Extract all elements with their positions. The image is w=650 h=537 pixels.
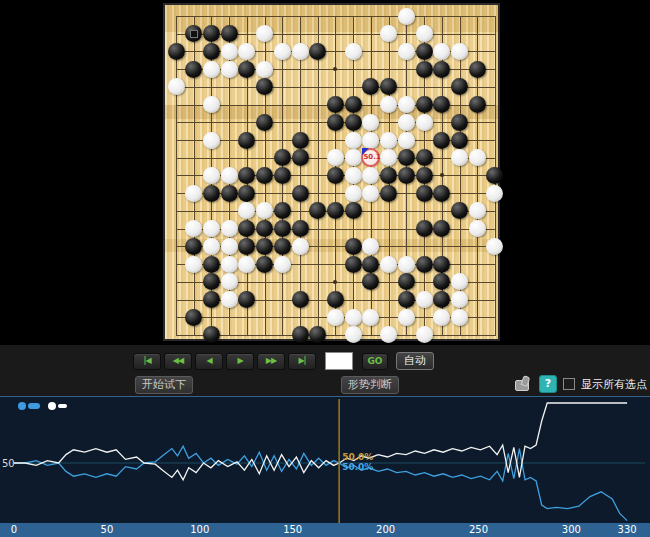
white-stone[interactable] — [486, 238, 503, 255]
move-number-input[interactable] — [325, 352, 353, 370]
black-stone[interactable] — [292, 291, 309, 308]
white-stone[interactable] — [327, 149, 344, 166]
black-stone[interactable] — [203, 256, 220, 273]
white-stone[interactable] — [398, 256, 415, 273]
white-stone[interactable] — [451, 149, 468, 166]
black-stone[interactable] — [292, 149, 309, 166]
legend-blue-dot — [18, 402, 26, 410]
black-stone[interactable] — [185, 238, 202, 255]
black-stone[interactable] — [433, 185, 450, 202]
white-stone[interactable] — [380, 96, 397, 113]
black-stone[interactable] — [238, 167, 255, 184]
x-tick-label: 50 — [101, 524, 114, 535]
black-stone[interactable] — [238, 220, 255, 237]
white-stone[interactable] — [416, 114, 433, 131]
black-stone[interactable] — [451, 78, 468, 95]
white-stone[interactable] — [274, 43, 291, 60]
white-stone[interactable] — [345, 309, 362, 326]
black-stone[interactable] — [327, 291, 344, 308]
black-stone[interactable] — [416, 220, 433, 237]
white-stone[interactable] — [433, 43, 450, 60]
white-stone[interactable] — [168, 78, 185, 95]
white-stone[interactable] — [238, 256, 255, 273]
white-stone[interactable] — [451, 309, 468, 326]
white-stone[interactable] — [416, 25, 433, 42]
x-tick-label: 330 — [618, 524, 637, 535]
black-stone[interactable] — [416, 149, 433, 166]
white-stone[interactable] — [292, 43, 309, 60]
white-stone[interactable] — [185, 185, 202, 202]
x-tick-label: 300 — [562, 524, 581, 535]
white-stone[interactable] — [416, 291, 433, 308]
black-stone[interactable] — [238, 61, 255, 78]
white-stone[interactable] — [380, 132, 397, 149]
x-tick-label: 0 — [11, 524, 17, 535]
thumbs-up-icon[interactable] — [513, 376, 533, 392]
white-stone[interactable] — [345, 149, 362, 166]
white-stone[interactable] — [345, 326, 362, 343]
black-stone[interactable] — [256, 167, 273, 184]
black-stone[interactable] — [345, 256, 362, 273]
white-stone[interactable] — [469, 220, 486, 237]
black-stone[interactable] — [433, 291, 450, 308]
white-stone[interactable] — [362, 114, 379, 131]
grid-line — [176, 335, 496, 336]
black-stone[interactable] — [433, 256, 450, 273]
black-stone[interactable] — [451, 114, 468, 131]
black-stone[interactable] — [416, 43, 433, 60]
black-stone[interactable] — [203, 273, 220, 290]
black-stone[interactable] — [256, 220, 273, 237]
winrate-graph[interactable]: 0501001502002503003305050.0%50.0% — [0, 396, 650, 537]
help-icon[interactable]: ? — [539, 375, 557, 393]
white-stone[interactable] — [203, 238, 220, 255]
black-stone[interactable] — [416, 185, 433, 202]
white-stone[interactable] — [451, 273, 468, 290]
star-point — [333, 67, 337, 71]
black-stone[interactable] — [380, 78, 397, 95]
white-stone[interactable] — [256, 25, 273, 42]
white-stone[interactable] — [398, 43, 415, 60]
white-stone[interactable] — [345, 43, 362, 60]
white-stone[interactable] — [203, 96, 220, 113]
black-stone[interactable] — [433, 96, 450, 113]
x-tick-label: 250 — [469, 524, 488, 535]
black-stone[interactable] — [469, 96, 486, 113]
x-axis-strip — [0, 523, 650, 537]
white-stone[interactable] — [292, 238, 309, 255]
black-stone[interactable] — [416, 256, 433, 273]
white-stone[interactable] — [327, 309, 344, 326]
fast-back-button[interactable]: ◀◀ — [164, 353, 192, 370]
black-stone[interactable] — [256, 78, 273, 95]
black-stone[interactable] — [416, 167, 433, 184]
white-stone[interactable] — [238, 202, 255, 219]
last-move-button[interactable]: ▶| — [288, 353, 316, 370]
black-stone[interactable] — [203, 326, 220, 343]
white-stone[interactable] — [221, 273, 238, 290]
black-stone[interactable] — [345, 114, 362, 131]
white-stone[interactable] — [185, 256, 202, 273]
black-stone[interactable] — [238, 238, 255, 255]
black-stone[interactable] — [398, 273, 415, 290]
black-stone[interactable] — [274, 220, 291, 237]
black-stone[interactable] — [274, 202, 291, 219]
white-stone[interactable] — [345, 132, 362, 149]
white-stone[interactable] — [486, 185, 503, 202]
black-stone[interactable] — [380, 167, 397, 184]
go-board[interactable]: 50.1 — [163, 3, 500, 341]
first-move-button[interactable]: |◀ — [133, 353, 161, 370]
black-stone[interactable] — [292, 132, 309, 149]
black-stone[interactable] — [238, 291, 255, 308]
black-stone[interactable] — [309, 202, 326, 219]
black-stone[interactable] — [362, 273, 379, 290]
black-stone[interactable] — [398, 291, 415, 308]
app-window: 50.1 |◀ ◀◀ ◀ ▶ ▶▶ ▶| GO 自动 开始试下 形势判断 ? 显… — [0, 0, 650, 537]
white-stone[interactable] — [345, 185, 362, 202]
white-stone[interactable] — [221, 291, 238, 308]
go-button[interactable]: GO — [362, 353, 388, 370]
black-stone[interactable] — [327, 96, 344, 113]
black-stone[interactable] — [309, 326, 326, 343]
black-stone[interactable] — [168, 43, 185, 60]
white-stone[interactable] — [451, 291, 468, 308]
black-stone[interactable] — [327, 167, 344, 184]
blue-flag-icon — [362, 148, 369, 155]
black-stone[interactable] — [398, 149, 415, 166]
black-stone[interactable] — [274, 149, 291, 166]
black-stone[interactable] — [469, 61, 486, 78]
black-stone[interactable] — [256, 114, 273, 131]
black-stone[interactable] — [327, 202, 344, 219]
start-trial-button[interactable]: 开始试下 — [135, 376, 193, 394]
white-stone[interactable] — [221, 43, 238, 60]
black-stone[interactable] — [380, 185, 397, 202]
white-stone[interactable] — [416, 326, 433, 343]
auto-play-button[interactable]: 自动 — [396, 352, 434, 370]
white-stone[interactable] — [221, 220, 238, 237]
black-stone[interactable] — [416, 96, 433, 113]
position-judge-button[interactable]: 形势判断 — [341, 376, 399, 394]
black-stone[interactable] — [274, 238, 291, 255]
black-stone[interactable] — [292, 185, 309, 202]
square-marker — [190, 30, 198, 38]
cursor-winrate-label: 50.0% — [342, 452, 373, 462]
black-stone[interactable] — [327, 114, 344, 131]
black-stone[interactable] — [203, 25, 220, 42]
black-stone[interactable] — [238, 132, 255, 149]
black-stone[interactable] — [256, 256, 273, 273]
white-stone[interactable] — [221, 256, 238, 273]
navigation-bar: |◀ ◀◀ ◀ ▶ ▶▶ ▶| GO 自动 — [133, 352, 434, 370]
black-stone[interactable] — [451, 202, 468, 219]
fast-forward-button[interactable]: ▶▶ — [257, 353, 285, 370]
white-stone[interactable] — [362, 185, 379, 202]
black-stone[interactable] — [185, 61, 202, 78]
black-stone[interactable] — [309, 43, 326, 60]
right-tools: ? 显示所有选点 — [513, 375, 647, 393]
white-stone[interactable] — [433, 309, 450, 326]
white-stone[interactable] — [203, 61, 220, 78]
white-stone[interactable] — [362, 238, 379, 255]
star-point — [440, 173, 444, 177]
black-stone[interactable] — [398, 167, 415, 184]
white-stone[interactable] — [398, 132, 415, 149]
black-stone[interactable] — [362, 256, 379, 273]
legend-white-dot — [48, 402, 56, 410]
black-stone[interactable] — [292, 326, 309, 343]
white-stone[interactable] — [362, 309, 379, 326]
black-stone[interactable] — [274, 167, 291, 184]
white-stone[interactable] — [185, 220, 202, 237]
x-tick-label: 150 — [283, 524, 302, 535]
series-white-winrate — [14, 403, 627, 480]
black-stone[interactable] — [203, 291, 220, 308]
black-stone[interactable] — [486, 167, 503, 184]
black-stone[interactable] — [185, 309, 202, 326]
white-stone[interactable] — [469, 202, 486, 219]
black-stone[interactable] — [221, 185, 238, 202]
y-tick-label: 50 — [2, 458, 15, 469]
white-stone[interactable] — [380, 149, 397, 166]
white-stone[interactable] — [380, 256, 397, 273]
black-stone[interactable] — [433, 61, 450, 78]
white-stone[interactable] — [203, 220, 220, 237]
white-stone[interactable] — [362, 167, 379, 184]
white-stone[interactable] — [345, 167, 362, 184]
white-stone[interactable] — [398, 114, 415, 131]
black-stone[interactable] — [433, 220, 450, 237]
white-stone[interactable] — [221, 167, 238, 184]
black-stone[interactable] — [238, 185, 255, 202]
black-stone[interactable] — [203, 43, 220, 60]
white-stone[interactable] — [469, 149, 486, 166]
black-stone[interactable] — [203, 185, 220, 202]
black-stone[interactable] — [256, 238, 273, 255]
white-stone[interactable] — [451, 43, 468, 60]
x-tick-label: 200 — [376, 524, 395, 535]
back-button[interactable]: ◀ — [195, 353, 223, 370]
black-stone[interactable] — [451, 132, 468, 149]
white-stone[interactable] — [380, 25, 397, 42]
legend-blue-pill — [28, 403, 40, 409]
x-tick-label: 100 — [190, 524, 209, 535]
white-stone[interactable] — [398, 96, 415, 113]
control-strip: |◀ ◀◀ ◀ ▶ ▶▶ ▶| GO 自动 开始试下 形势判断 ? 显示所有选点 — [0, 345, 650, 396]
black-stone[interactable] — [362, 78, 379, 95]
white-stone[interactable] — [256, 61, 273, 78]
forward-button[interactable]: ▶ — [226, 353, 254, 370]
white-stone[interactable] — [398, 8, 415, 25]
series-blue-winrate — [14, 446, 627, 520]
board-zone: 50.1 — [0, 0, 650, 345]
cursor-winrate-label: 50.0% — [342, 462, 373, 472]
white-stone[interactable] — [221, 238, 238, 255]
white-stone[interactable] — [362, 132, 379, 149]
white-stone[interactable] — [256, 202, 273, 219]
black-stone[interactable] — [292, 220, 309, 237]
white-stone[interactable] — [203, 167, 220, 184]
show-all-points-checkbox[interactable] — [563, 378, 575, 390]
black-stone[interactable] — [345, 238, 362, 255]
black-stone[interactable] — [433, 273, 450, 290]
black-stone[interactable] — [433, 132, 450, 149]
white-stone[interactable] — [221, 61, 238, 78]
black-stone[interactable] — [345, 202, 362, 219]
white-stone[interactable] — [274, 256, 291, 273]
white-stone[interactable] — [238, 43, 255, 60]
legend-white-pill — [58, 404, 67, 408]
white-stone[interactable] — [398, 309, 415, 326]
white-stone[interactable] — [203, 132, 220, 149]
show-all-points-label: 显示所有选点 — [581, 377, 647, 392]
black-stone[interactable] — [416, 61, 433, 78]
black-stone[interactable] — [345, 96, 362, 113]
black-stone[interactable] — [221, 25, 238, 42]
star-point — [333, 280, 337, 284]
winrate-chart: 0501001502002503003305050.0%50.0% — [0, 397, 650, 537]
white-stone[interactable] — [380, 326, 397, 343]
